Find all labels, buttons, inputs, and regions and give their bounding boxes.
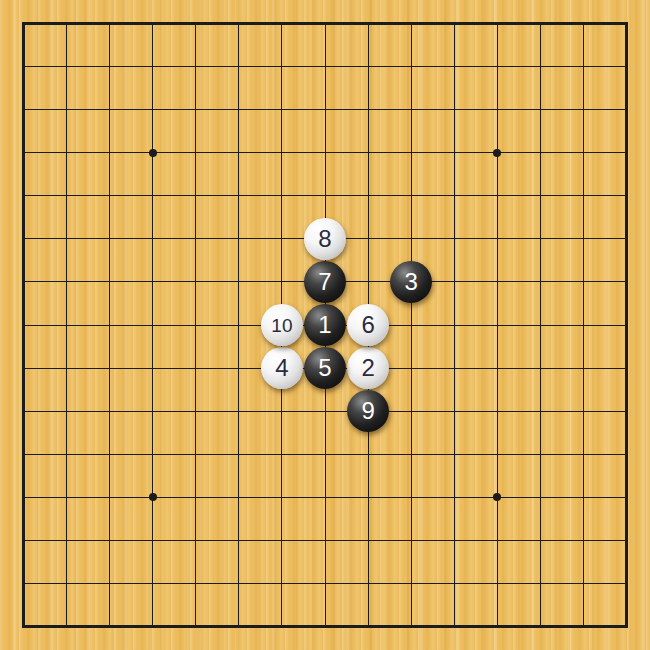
stone-move-number: 5 (318, 356, 331, 380)
grid-line-vertical (497, 23, 498, 626)
stone-move-number: 4 (275, 356, 288, 380)
stone-black-3: 3 (390, 261, 432, 303)
star-point (493, 149, 501, 157)
stone-white-8: 8 (304, 218, 346, 260)
grid-line-horizontal (23, 583, 626, 584)
stone-move-number: 10 (271, 316, 292, 335)
stone-white-6: 6 (347, 304, 389, 346)
stone-move-number: 2 (361, 356, 374, 380)
star-point (149, 149, 157, 157)
stone-black-1: 1 (304, 304, 346, 346)
stone-move-number: 7 (318, 270, 331, 294)
star-point (149, 493, 157, 501)
stone-white-4: 4 (261, 347, 303, 389)
stone-black-5: 5 (304, 347, 346, 389)
stone-move-number: 8 (318, 227, 331, 251)
grid-line-vertical (411, 23, 412, 626)
grid-line-vertical (454, 23, 455, 626)
grid-line-vertical (583, 23, 584, 626)
grid-line-vertical (540, 23, 541, 626)
grid-line-horizontal (23, 540, 626, 541)
stone-white-10: 10 (261, 304, 303, 346)
grid-line-horizontal (23, 411, 626, 412)
stone-white-2: 2 (347, 347, 389, 389)
stone-move-number: 3 (405, 270, 418, 294)
gomoku-board-canvas: 12345678910 (0, 0, 650, 650)
stone-move-number: 1 (318, 313, 331, 337)
stone-move-number: 6 (361, 313, 374, 337)
stone-move-number: 9 (361, 399, 374, 423)
stone-black-9: 9 (347, 390, 389, 432)
grid-line-horizontal (23, 454, 626, 455)
stone-black-7: 7 (304, 261, 346, 303)
grid-line-horizontal (23, 497, 626, 498)
